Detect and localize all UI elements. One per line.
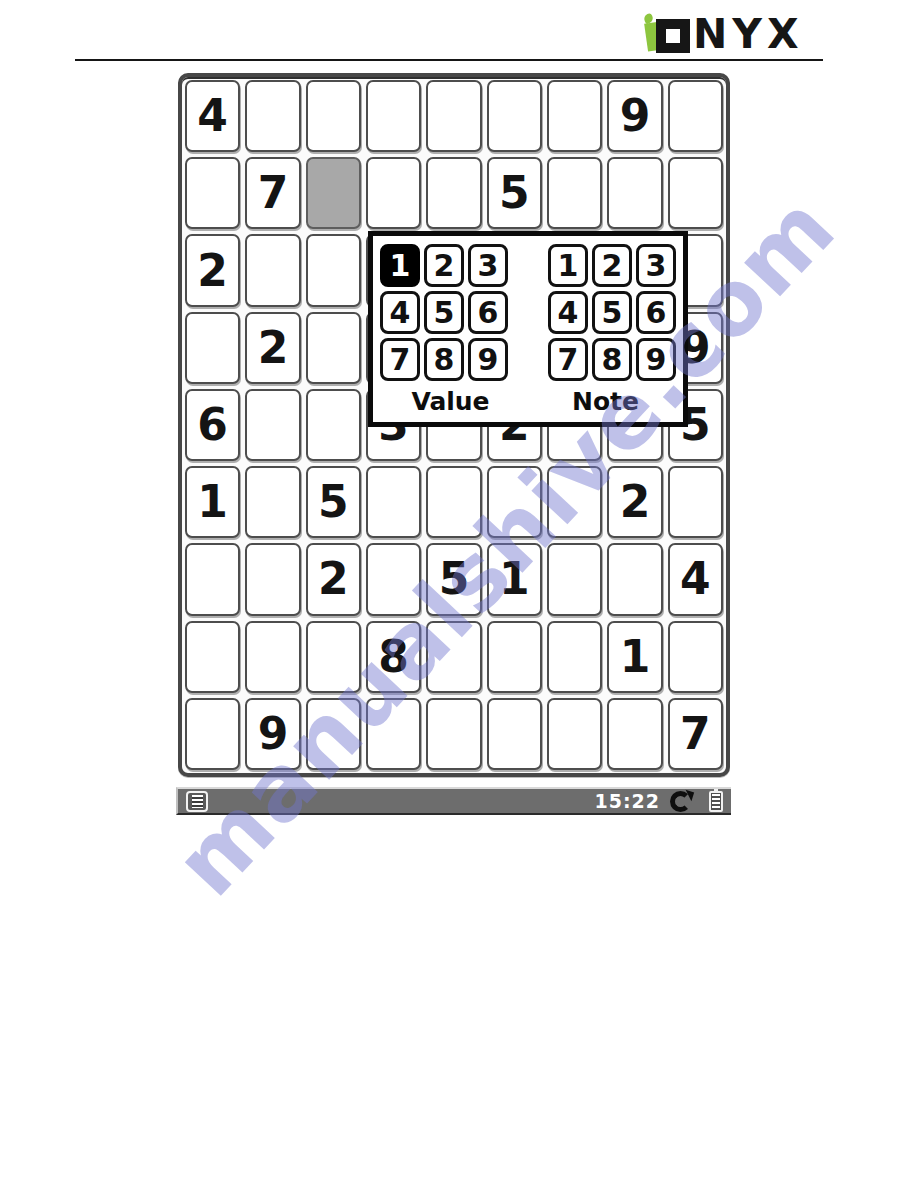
sudoku-cell-r9c1[interactable] [185,698,240,770]
note-keypad: 123456789 [548,244,676,381]
sudoku-cell-r5c1[interactable]: 6 [185,389,240,461]
sudoku-cell-r8c6[interactable] [487,621,542,693]
sudoku-cell-r2c8[interactable] [607,157,662,229]
sudoku-cell-r1c9[interactable] [668,80,723,152]
sudoku-cell-r6c5[interactable] [426,466,481,538]
sudoku-cell-r9c5[interactable] [426,698,481,770]
note-key-5[interactable]: 5 [592,291,632,334]
sudoku-cell-r7c8[interactable] [607,543,662,615]
note-label: Note [528,387,683,416]
sudoku-cell-r5c3[interactable] [306,389,361,461]
sudoku-cell-r9c6[interactable] [487,698,542,770]
sudoku-cell-r5c2[interactable] [245,389,300,461]
sudoku-cell-r7c1[interactable] [185,543,240,615]
sudoku-cell-r9c4[interactable] [366,698,421,770]
sudoku-cell-r1c2[interactable] [245,80,300,152]
battery-icon [709,791,723,812]
sudoku-cell-r7c6[interactable]: 1 [487,543,542,615]
value-key-2[interactable]: 2 [424,244,464,287]
value-key-9[interactable]: 9 [468,338,508,381]
onyx-logo: NYX [646,10,804,58]
value-key-1[interactable]: 1 [380,244,420,287]
sudoku-cell-r6c9[interactable] [668,466,723,538]
sudoku-cell-r8c4[interactable]: 8 [366,621,421,693]
sudoku-cell-r7c2[interactable] [245,543,300,615]
sudoku-cell-r6c1[interactable]: 1 [185,466,240,538]
header-divider [75,59,823,61]
value-key-4[interactable]: 4 [380,291,420,334]
sudoku-cell-r6c4[interactable] [366,466,421,538]
sudoku-cell-r7c7[interactable] [547,543,602,615]
value-label: Value [373,387,528,416]
sudoku-cell-r1c5[interactable] [426,80,481,152]
sudoku-cell-r1c3[interactable] [306,80,361,152]
keypads-row: 123456789 123456789 [373,236,683,381]
sudoku-cell-r7c4[interactable] [366,543,421,615]
sudoku-cell-r1c7[interactable] [547,80,602,152]
sudoku-cell-r4c3[interactable] [306,312,361,384]
note-key-4[interactable]: 4 [548,291,588,334]
note-key-1[interactable]: 1 [548,244,588,287]
status-bar: 15:22 [176,787,731,815]
value-keypad: 123456789 [380,244,508,381]
keypad-labels: Value Note [373,381,683,422]
sudoku-cell-r2c4[interactable] [366,157,421,229]
sudoku-cell-r1c1[interactable]: 4 [185,80,240,152]
sudoku-cell-r8c1[interactable] [185,621,240,693]
sudoku-cell-r6c7[interactable] [547,466,602,538]
sudoku-cell-r1c8[interactable]: 9 [607,80,662,152]
value-key-7[interactable]: 7 [380,338,420,381]
sudoku-cell-r8c2[interactable] [245,621,300,693]
sudoku-cell-r7c9[interactable]: 4 [668,543,723,615]
sudoku-cell-r3c2[interactable] [245,234,300,306]
o-ring-shape [656,19,690,53]
note-key-2[interactable]: 2 [592,244,632,287]
sudoku-cell-r3c3[interactable] [306,234,361,306]
sudoku-cell-r4c2[interactable]: 2 [245,312,300,384]
sudoku-cell-r6c2[interactable] [245,466,300,538]
note-key-9[interactable]: 9 [636,338,676,381]
onyx-o-mark [646,13,690,55]
value-key-8[interactable]: 8 [424,338,464,381]
sudoku-cell-r9c2[interactable]: 9 [245,698,300,770]
sudoku-cell-r8c8[interactable]: 1 [607,621,662,693]
number-pad-dialog: 123456789 123456789 Value Note [368,231,688,427]
sudoku-cell-r3c1[interactable]: 2 [185,234,240,306]
note-key-3[interactable]: 3 [636,244,676,287]
sudoku-cell-r7c5[interactable]: 5 [426,543,481,615]
note-key-7[interactable]: 7 [548,338,588,381]
sudoku-cell-r6c3[interactable]: 5 [306,466,361,538]
sudoku-cell-r2c3[interactable] [306,157,361,229]
sudoku-cell-r7c3[interactable]: 2 [306,543,361,615]
sudoku-cell-r9c8[interactable] [607,698,662,770]
sudoku-cell-r2c6[interactable]: 5 [487,157,542,229]
sudoku-cell-r6c6[interactable] [487,466,542,538]
sudoku-cell-r2c9[interactable] [668,157,723,229]
sudoku-cell-r9c9[interactable]: 7 [668,698,723,770]
sudoku-cell-r2c2[interactable]: 7 [245,157,300,229]
sudoku-cell-r9c3[interactable] [306,698,361,770]
clock: 15:22 [595,790,660,812]
sudoku-cell-r8c3[interactable] [306,621,361,693]
note-key-6[interactable]: 6 [636,291,676,334]
sudoku-cell-r6c8[interactable]: 2 [607,466,662,538]
note-key-8[interactable]: 8 [592,338,632,381]
sudoku-cell-r1c4[interactable] [366,80,421,152]
sudoku-cell-r8c9[interactable] [668,621,723,693]
sudoku-cell-r9c7[interactable] [547,698,602,770]
sudoku-cell-r8c7[interactable] [547,621,602,693]
value-key-5[interactable]: 5 [424,291,464,334]
sudoku-cell-r4c1[interactable] [185,312,240,384]
logo-text: NYX [693,14,804,55]
refresh-icon[interactable] [670,791,691,812]
sudoku-cell-r8c5[interactable] [426,621,481,693]
sudoku-cell-r2c5[interactable] [426,157,481,229]
sudoku-cell-r1c6[interactable] [487,80,542,152]
sudoku-cell-r2c1[interactable] [185,157,240,229]
sudoku-cell-r2c7[interactable] [547,157,602,229]
value-key-3[interactable]: 3 [468,244,508,287]
menu-icon[interactable] [186,791,208,812]
value-key-6[interactable]: 6 [468,291,508,334]
